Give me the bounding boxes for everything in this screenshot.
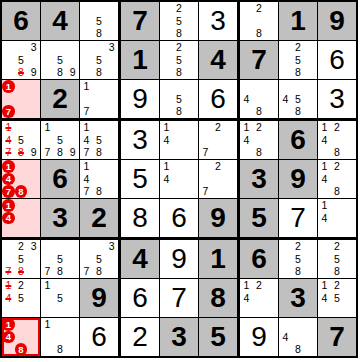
- pencil-mark-8: 8: [54, 343, 67, 356]
- pencil-mark-2: 2: [212, 160, 225, 173]
- candidate-grid: 3589: [2, 41, 40, 79]
- red-circle: 8: [15, 343, 28, 356]
- given-digit: 4: [199, 41, 237, 79]
- cell-r5c4[interactable]: 5: [121, 160, 159, 198]
- circled-candidate-8: 8: [15, 185, 28, 198]
- given-digit: 8: [199, 279, 237, 317]
- box-2: 72583125849586: [121, 2, 237, 118]
- candidate-grid: 14578: [80, 121, 118, 159]
- cell-r6c3[interactable]: 2: [80, 199, 118, 237]
- candidate-grid: 17: [80, 80, 118, 118]
- circled-candidate-8: 8: [15, 343, 28, 356]
- red-circle: 7: [2, 105, 15, 118]
- cell-r1c9[interactable]: 9: [318, 2, 356, 40]
- pencil-mark-7: 7: [41, 265, 54, 278]
- red-circle: 4: [2, 331, 15, 344]
- cell-r6c4[interactable]: 8: [121, 199, 159, 237]
- box-6: 1248612483912485714: [240, 121, 356, 237]
- pencil-mark-2: 2: [253, 121, 266, 134]
- pencil-mark-9: 9: [66, 66, 79, 79]
- candidate-grid: 27: [199, 121, 237, 159]
- cell-r8c2[interactable]: 15: [41, 279, 79, 317]
- pencil-mark-5: 5: [93, 134, 106, 147]
- box-5: 3142751427869: [121, 121, 237, 237]
- cell-r3c3[interactable]: 17: [80, 80, 118, 118]
- cell-r8c7[interactable]: 124: [240, 279, 278, 317]
- pencil-mark-7: 7: [80, 265, 93, 278]
- cell-r1c4[interactable]: 7: [121, 2, 159, 40]
- pencil-mark-8: 8: [253, 27, 266, 40]
- pencil-mark-8: 8: [173, 27, 186, 40]
- pencil-mark-5: 5: [292, 253, 305, 266]
- pencil-mark-8: 8: [331, 265, 344, 278]
- candidate-grid: 58: [160, 80, 198, 118]
- candidate-grid: 1245: [2, 279, 40, 317]
- cell-r2c7[interactable]: 7: [240, 41, 278, 79]
- pencil-mark-7: 7: [80, 105, 93, 118]
- pencil-mark-1: 1: [160, 160, 173, 173]
- pencil-mark-3: 3: [105, 240, 118, 253]
- cell-r5c1[interactable]: 1478: [2, 160, 40, 198]
- cell-r6c7[interactable]: 5: [240, 199, 278, 237]
- cell-r7c1[interactable]: 23578: [2, 240, 40, 278]
- cell-r7c6[interactable]: 1: [199, 240, 237, 278]
- pencil-mark-8: 8: [331, 146, 344, 159]
- pencil-mark-5: 5: [15, 253, 28, 266]
- candidate-grid: 17: [2, 80, 40, 118]
- solved-digit: 9: [160, 240, 198, 278]
- cell-r1c2[interactable]: 4: [41, 2, 79, 40]
- given-digit: 1: [199, 240, 237, 278]
- given-digit: 2: [80, 199, 118, 237]
- pencil-mark-8: 8: [93, 185, 106, 198]
- pencil-mark-1: 1: [240, 279, 253, 292]
- pencil-mark-1: 1: [160, 121, 173, 134]
- solved-digit: 9: [121, 80, 159, 118]
- cell-r5c8[interactable]: 9: [279, 160, 317, 198]
- pencil-mark-1: 1: [80, 80, 93, 93]
- pencil-mark-8: 8: [54, 146, 67, 159]
- pencil-mark-5: 5: [54, 292, 67, 305]
- cell-r5c9[interactable]: 1248: [318, 160, 356, 198]
- given-digit: 5: [240, 199, 278, 237]
- given-digit: 3: [240, 160, 278, 198]
- box-8: 491678235: [121, 240, 237, 356]
- cell-r5c2[interactable]: 6: [41, 160, 79, 198]
- cell-r7c5[interactable]: 9: [160, 240, 198, 278]
- box-4: 14578915789145781478614781432: [2, 121, 118, 237]
- pencil-mark-5: 5: [93, 15, 106, 28]
- pencil-mark-4: 4: [80, 173, 93, 186]
- cell-r5c6[interactable]: 27: [199, 160, 237, 198]
- candidate-grid: 28: [240, 2, 278, 40]
- pencil-mark-1: 1: [41, 318, 54, 331]
- cell-r7c9[interactable]: 258: [318, 240, 356, 278]
- pencil-mark-1: 1: [318, 279, 331, 292]
- eliminated-candidate-8: 8: [15, 265, 28, 278]
- red-circle: 1: [2, 318, 15, 331]
- pencil-mark-1: 1: [80, 121, 93, 134]
- pencil-mark-1: 1: [41, 279, 54, 292]
- cell-r3c7[interactable]: 48: [240, 80, 278, 118]
- solved-digit: 6: [199, 80, 237, 118]
- pencil-mark-1: 1: [318, 199, 331, 212]
- solved-digit: 6: [121, 279, 159, 317]
- pencil-mark-9: 9: [27, 146, 40, 159]
- pencil-mark-4: 4: [318, 212, 331, 225]
- circled-candidate-7: 7: [2, 185, 15, 198]
- pencil-mark-4: 4: [160, 173, 173, 186]
- given-digit: 3: [160, 318, 198, 356]
- candidate-grid: 258: [160, 2, 198, 40]
- solved-digit: 3: [121, 121, 159, 159]
- given-digit: 3: [41, 199, 79, 237]
- candidate-grid: 1248: [240, 121, 278, 159]
- pencil-mark-4: 4: [318, 134, 331, 147]
- cell-r7c7[interactable]: 6: [240, 240, 278, 278]
- solved-digit: 2: [121, 318, 159, 356]
- cell-r2c6[interactable]: 4: [199, 41, 237, 79]
- cell-r2c1[interactable]: 3589: [2, 41, 40, 79]
- candidate-grid: 1245: [318, 279, 356, 317]
- cell-r4c4[interactable]: 3: [121, 121, 159, 159]
- cell-r6c2[interactable]: 3: [41, 199, 79, 237]
- pencil-mark-5: 5: [15, 134, 28, 147]
- solved-digit: 3: [199, 2, 237, 40]
- candidate-grid: 14: [2, 199, 40, 237]
- candidate-grid: 18: [41, 318, 79, 356]
- pencil-mark-1: 1: [318, 160, 331, 173]
- box-9: 6258258124312459487: [240, 240, 356, 356]
- box-3: 281972586484583: [240, 2, 356, 118]
- cell-r1c7[interactable]: 28: [240, 2, 278, 40]
- cell-r3c2[interactable]: 2: [41, 80, 79, 118]
- pencil-mark-2: 2: [253, 279, 266, 292]
- given-digit: 4: [121, 240, 159, 278]
- red-circle: 1: [2, 199, 15, 212]
- cell-r9c7[interactable]: 9: [240, 318, 278, 356]
- cell-r6c1[interactable]: 14: [2, 199, 40, 237]
- cell-r7c3[interactable]: 3578: [80, 240, 118, 278]
- pencil-mark-3: 3: [27, 41, 40, 54]
- pencil-mark-5: 5: [173, 93, 186, 106]
- pencil-mark-5: 5: [173, 54, 186, 67]
- red-circle: 4: [2, 212, 15, 225]
- cell-r1c5[interactable]: 258: [160, 2, 198, 40]
- given-digit: 6: [41, 160, 79, 198]
- given-digit: 1: [279, 2, 317, 40]
- cell-r2c3[interactable]: 358: [80, 41, 118, 79]
- cell-r4c7[interactable]: 1248: [240, 121, 278, 159]
- pencil-mark-3: 3: [27, 240, 40, 253]
- eliminated-candidate-1: 1: [2, 121, 15, 134]
- cell-r4c8[interactable]: 6: [279, 121, 317, 159]
- pencil-mark-2: 2: [253, 2, 266, 15]
- pencil-mark-2: 2: [15, 279, 28, 292]
- circled-candidate-1: 1: [2, 199, 15, 212]
- given-digit: 1: [121, 41, 159, 79]
- eliminated-candidate-1: 1: [2, 279, 15, 292]
- pencil-mark-5: 5: [54, 134, 67, 147]
- cell-r5c5[interactable]: 14: [160, 160, 198, 198]
- pencil-mark-2: 2: [212, 121, 225, 134]
- pencil-mark-2: 2: [173, 2, 186, 15]
- pencil-mark-8: 8: [292, 265, 305, 278]
- cell-r4c9[interactable]: 1248: [318, 121, 356, 159]
- candidate-grid: 1248: [318, 121, 356, 159]
- candidate-grid: 3578: [80, 240, 118, 278]
- pencil-mark-5: 5: [54, 253, 67, 266]
- solved-digit: 5: [121, 160, 159, 198]
- pencil-mark-5: 5: [15, 54, 28, 67]
- eliminated-candidate-8: 8: [15, 146, 28, 159]
- cell-r2c4[interactable]: 1: [121, 41, 159, 79]
- solved-digit: 7: [160, 279, 198, 317]
- candidate-grid: 15789: [41, 121, 79, 159]
- red-circle: 1: [2, 80, 15, 93]
- cell-r9c1[interactable]: 148: [2, 318, 40, 356]
- circled-candidate-4: 4: [2, 173, 15, 186]
- candidate-grid: 58: [80, 2, 118, 40]
- cell-r7c2[interactable]: 578: [41, 240, 79, 278]
- cell-r1c6[interactable]: 3: [199, 2, 237, 40]
- candidate-grid: 15: [41, 279, 79, 317]
- cell-r8c9[interactable]: 1245: [318, 279, 356, 317]
- candidate-grid: 145789: [2, 121, 40, 159]
- box-1: 6458358958935817217: [2, 2, 118, 118]
- sudoku-board: 6458358958935817217725831258495862819725…: [0, 0, 358, 358]
- pencil-mark-8: 8: [173, 105, 186, 118]
- candidate-grid: 14: [318, 199, 356, 237]
- candidate-grid: 124: [240, 279, 278, 317]
- pencil-mark-5: 5: [292, 93, 305, 106]
- cell-r7c4[interactable]: 4: [121, 240, 159, 278]
- pencil-mark-5: 5: [331, 292, 344, 305]
- candidate-grid: 589: [41, 41, 79, 79]
- cell-r8c3[interactable]: 9: [80, 279, 118, 317]
- box-7: 2357857835781245159148186: [2, 240, 118, 356]
- candidate-grid: 1248: [318, 160, 356, 198]
- pencil-mark-4: 4: [80, 134, 93, 147]
- cell-r8c8[interactable]: 3: [279, 279, 317, 317]
- solved-digit: 6: [318, 41, 356, 79]
- pencil-mark-2: 2: [331, 240, 344, 253]
- given-digit: 9: [80, 279, 118, 317]
- given-digit: 9: [318, 2, 356, 40]
- cell-r4c6[interactable]: 27: [199, 121, 237, 159]
- solved-digit: 3: [318, 80, 356, 118]
- candidate-grid: 14: [160, 160, 198, 198]
- given-digit: 7: [240, 41, 278, 79]
- cell-r4c5[interactable]: 14: [160, 121, 198, 159]
- pencil-mark-9: 9: [66, 146, 79, 159]
- candidate-grid: 578: [41, 240, 79, 278]
- cell-r9c2[interactable]: 18: [41, 318, 79, 356]
- red-circle: 4: [2, 173, 15, 186]
- cell-r3c1[interactable]: 17: [2, 80, 40, 118]
- candidate-grid: 258: [318, 240, 356, 278]
- pencil-mark-2: 2: [173, 41, 186, 54]
- pencil-mark-9: 9: [27, 66, 40, 79]
- pencil-mark-8: 8: [292, 343, 305, 356]
- red-circle: 1: [2, 160, 15, 173]
- cell-r6c6[interactable]: 9: [199, 199, 237, 237]
- candidate-grid: 258: [279, 41, 317, 79]
- cell-r9c9[interactable]: 7: [318, 318, 356, 356]
- pencil-mark-4: 4: [240, 134, 253, 147]
- cell-r3c5[interactable]: 58: [160, 80, 198, 118]
- cell-r6c8[interactable]: 7: [279, 199, 317, 237]
- cell-r3c4[interactable]: 9: [121, 80, 159, 118]
- given-digit: 6: [240, 240, 278, 278]
- given-digit: 3: [279, 279, 317, 317]
- cell-r2c9[interactable]: 6: [318, 41, 356, 79]
- circled-candidate-4: 4: [2, 331, 15, 344]
- candidate-grid: 48: [279, 318, 317, 356]
- pencil-mark-4: 4: [240, 292, 253, 305]
- given-digit: 7: [121, 2, 159, 40]
- pencil-mark-5: 5: [93, 54, 106, 67]
- candidate-grid: 458: [279, 80, 317, 118]
- pencil-mark-5: 5: [15, 292, 28, 305]
- cell-r1c8[interactable]: 1: [279, 2, 317, 40]
- pencil-mark-1: 1: [240, 121, 253, 134]
- pencil-mark-8: 8: [54, 66, 67, 79]
- pencil-mark-8: 8: [93, 27, 106, 40]
- circled-candidate-1: 1: [2, 160, 15, 173]
- cell-r8c4[interactable]: 6: [121, 279, 159, 317]
- cell-r8c6[interactable]: 8: [199, 279, 237, 317]
- cell-r9c8[interactable]: 48: [279, 318, 317, 356]
- pencil-mark-4: 4: [160, 134, 173, 147]
- pencil-mark-2: 2: [15, 240, 28, 253]
- cell-r4c3[interactable]: 14578: [80, 121, 118, 159]
- pencil-mark-5: 5: [54, 54, 67, 67]
- candidate-grid: 48: [240, 80, 278, 118]
- pencil-mark-5: 5: [93, 253, 106, 266]
- given-digit: 6: [279, 121, 317, 159]
- cell-r3c6[interactable]: 6: [199, 80, 237, 118]
- candidate-grid: 258: [160, 41, 198, 79]
- given-digit: 9: [279, 160, 317, 198]
- cell-r3c9[interactable]: 3: [318, 80, 356, 118]
- candidate-grid: 14: [160, 121, 198, 159]
- pencil-mark-5: 5: [331, 253, 344, 266]
- cell-r2c5[interactable]: 258: [160, 41, 198, 79]
- cell-r1c1[interactable]: 6: [2, 2, 40, 40]
- cell-r2c2[interactable]: 589: [41, 41, 79, 79]
- cell-r9c4[interactable]: 2: [121, 318, 159, 356]
- given-digit: 4: [41, 2, 79, 40]
- pencil-mark-2: 2: [331, 121, 344, 134]
- pencil-mark-7: 7: [199, 146, 212, 159]
- pencil-mark-5: 5: [173, 15, 186, 28]
- pencil-mark-8: 8: [93, 265, 106, 278]
- pencil-mark-8: 8: [253, 146, 266, 159]
- given-digit: 5: [199, 318, 237, 356]
- cell-r8c5[interactable]: 7: [160, 279, 198, 317]
- cell-r3c8[interactable]: 458: [279, 80, 317, 118]
- pencil-mark-1: 1: [80, 160, 93, 173]
- cell-r6c9[interactable]: 14: [318, 199, 356, 237]
- pencil-mark-8: 8: [93, 66, 106, 79]
- cell-r4c2[interactable]: 15789: [41, 121, 79, 159]
- circled-candidate-1: 1: [2, 80, 15, 93]
- pencil-mark-7: 7: [80, 185, 93, 198]
- solved-digit: 6: [160, 199, 198, 237]
- pencil-mark-8: 8: [292, 105, 305, 118]
- circled-candidate-4: 4: [2, 212, 15, 225]
- pencil-mark-7: 7: [199, 185, 212, 198]
- candidate-grid: 148: [2, 318, 40, 356]
- pencil-mark-2: 2: [331, 160, 344, 173]
- circled-candidate-7: 7: [2, 105, 15, 118]
- pencil-mark-5: 5: [292, 54, 305, 67]
- pencil-mark-8: 8: [93, 146, 106, 159]
- cell-r4c1[interactable]: 145789: [2, 121, 40, 159]
- solved-digit: 6: [80, 318, 118, 356]
- cell-r6c5[interactable]: 6: [160, 199, 198, 237]
- solved-digit: 9: [240, 318, 278, 356]
- eliminated-candidate-4: 4: [2, 292, 15, 305]
- candidate-grid: 358: [80, 41, 118, 79]
- solved-digit: 8: [121, 199, 159, 237]
- pencil-mark-4: 4: [318, 173, 331, 186]
- given-digit: 6: [2, 2, 40, 40]
- pencil-mark-2: 2: [292, 240, 305, 253]
- given-digit: 2: [41, 80, 79, 118]
- cell-r9c5[interactable]: 3: [160, 318, 198, 356]
- pencil-mark-8: 8: [253, 105, 266, 118]
- pencil-mark-1: 1: [41, 121, 54, 134]
- eliminated-candidate-8: 8: [15, 66, 28, 79]
- pencil-mark-7: 7: [41, 146, 54, 159]
- eliminated-candidate-7: 7: [2, 265, 15, 278]
- cell-r1c3[interactable]: 58: [80, 2, 118, 40]
- pencil-mark-4: 4: [318, 292, 331, 305]
- red-circle: 8: [15, 185, 28, 198]
- red-circle: 7: [2, 185, 15, 198]
- pencil-mark-2: 2: [331, 279, 344, 292]
- cell-r7c8[interactable]: 258: [279, 240, 317, 278]
- cell-r5c3[interactable]: 1478: [80, 160, 118, 198]
- pencil-mark-8: 8: [54, 265, 67, 278]
- solved-digit: 7: [279, 199, 317, 237]
- pencil-mark-1: 1: [318, 121, 331, 134]
- pencil-mark-4: 4: [279, 331, 292, 344]
- pencil-mark-2: 2: [292, 41, 305, 54]
- candidate-grid: 1478: [2, 160, 40, 198]
- candidate-grid: 258: [279, 240, 317, 278]
- pencil-mark-8: 8: [331, 185, 344, 198]
- given-digit: 9: [199, 199, 237, 237]
- candidate-grid: 27: [199, 160, 237, 198]
- cell-r9c3[interactable]: 6: [80, 318, 118, 356]
- candidate-grid: 23578: [2, 240, 40, 278]
- cell-r5c7[interactable]: 3: [240, 160, 278, 198]
- given-digit: 7: [318, 318, 356, 356]
- pencil-mark-4: 4: [279, 93, 292, 106]
- pencil-mark-7: 7: [80, 146, 93, 159]
- pencil-mark-8: 8: [173, 66, 186, 79]
- eliminated-candidate-4: 4: [2, 134, 15, 147]
- candidate-grid: 1478: [80, 160, 118, 198]
- cell-r8c1[interactable]: 1245: [2, 279, 40, 317]
- circled-candidate-1: 1: [2, 318, 15, 331]
- cell-r2c8[interactable]: 258: [279, 41, 317, 79]
- pencil-mark-3: 3: [105, 41, 118, 54]
- cell-r9c6[interactable]: 5: [199, 318, 237, 356]
